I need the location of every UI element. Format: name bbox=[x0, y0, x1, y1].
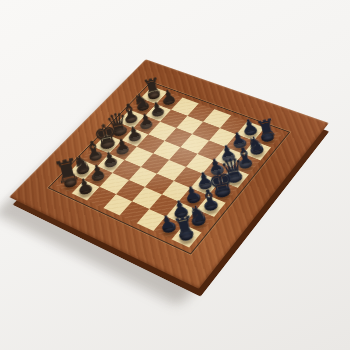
photo-background: ♜♟♟♜♞♟♟♞♝♟♟♝♛♟♟♛♚♟♟♚♝♟♟♝♞♟♟♞♜♟♟♜ bbox=[0, 0, 350, 350]
chess-board: ♜♟♟♜♞♟♟♞♝♟♟♝♛♟♟♛♚♟♟♚♝♟♟♝♞♟♟♞♜♟♟♜ bbox=[9, 59, 329, 288]
playing-area: ♜♟♟♜♞♟♟♞♝♟♟♝♛♟♟♛♚♟♟♚♝♟♟♝♞♟♟♞♜♟♟♜ bbox=[56, 86, 282, 247]
board-surface: ♜♟♟♜♞♟♟♞♝♟♟♝♛♟♟♛♚♟♟♚♝♟♟♝♞♟♟♞♜♟♟♜ bbox=[9, 59, 329, 288]
square-g3[interactable] bbox=[100, 173, 129, 194]
